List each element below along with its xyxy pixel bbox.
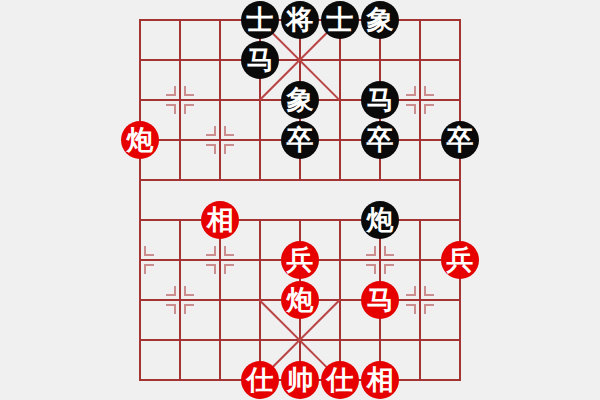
point-marker: [406, 304, 416, 314]
point-marker: [206, 264, 216, 274]
grid-line-file-2-bottom: [219, 219, 221, 381]
grid-line-file-7-top: [419, 19, 421, 181]
piece-black-soldier[interactable]: 卒: [441, 121, 479, 159]
point-marker: [406, 104, 416, 114]
point-marker: [406, 286, 416, 296]
point-marker: [224, 264, 234, 274]
point-marker: [206, 144, 216, 154]
piece-black-soldier[interactable]: 卒: [281, 121, 319, 159]
point-marker: [424, 286, 434, 296]
piece-black-soldier[interactable]: 卒: [361, 121, 399, 159]
point-marker: [366, 264, 376, 274]
piece-black-horse[interactable]: 马: [361, 81, 399, 119]
piece-red-advisor[interactable]: 仕: [321, 361, 359, 399]
point-marker: [384, 264, 394, 274]
grid-line-file-1-bottom: [179, 219, 181, 381]
grid-line-file-0: [139, 19, 141, 381]
point-marker: [424, 104, 434, 114]
piece-red-general[interactable]: 帅: [281, 361, 319, 399]
point-marker: [166, 304, 176, 314]
point-marker: [166, 104, 176, 114]
piece-black-general[interactable]: 将: [281, 1, 319, 39]
point-marker: [184, 304, 194, 314]
piece-red-cannon[interactable]: 炮: [121, 121, 159, 159]
piece-red-cannon[interactable]: 炮: [281, 281, 319, 319]
grid-line-file-8: [459, 19, 461, 381]
point-marker: [366, 246, 376, 256]
point-marker: [166, 86, 176, 96]
piece-red-horse[interactable]: 马: [361, 281, 399, 319]
piece-red-soldier[interactable]: 兵: [281, 241, 319, 279]
piece-red-soldier[interactable]: 兵: [441, 241, 479, 279]
xiangqi-board[interactable]: 士将士象马象马卒卒卒炮炮相兵兵炮马仕帅仕相: [0, 0, 600, 400]
grid-line-file-7-bottom: [419, 219, 421, 381]
grid-line-file-1-top: [179, 19, 181, 181]
piece-black-elephant[interactable]: 象: [361, 1, 399, 39]
piece-red-elephant[interactable]: 相: [201, 201, 239, 239]
point-marker: [424, 304, 434, 314]
point-marker: [184, 104, 194, 114]
piece-red-elephant[interactable]: 相: [361, 361, 399, 399]
point-marker: [224, 126, 234, 136]
piece-red-advisor[interactable]: 仕: [241, 361, 279, 399]
piece-black-cannon[interactable]: 炮: [361, 201, 399, 239]
point-marker: [424, 86, 434, 96]
point-marker: [224, 144, 234, 154]
point-marker: [206, 246, 216, 256]
grid-line-file-2-top: [219, 19, 221, 181]
piece-black-horse[interactable]: 马: [241, 41, 279, 79]
point-marker: [144, 246, 154, 256]
point-marker: [206, 126, 216, 136]
point-marker: [406, 86, 416, 96]
piece-black-advisor[interactable]: 士: [241, 1, 279, 39]
piece-black-elephant[interactable]: 象: [281, 81, 319, 119]
piece-black-advisor[interactable]: 士: [321, 1, 359, 39]
point-marker: [166, 286, 176, 296]
point-marker: [184, 286, 194, 296]
screenshot-canvas: 士将士象马象马卒卒卒炮炮相兵兵炮马仕帅仕相: [0, 0, 600, 400]
point-marker: [144, 264, 154, 274]
point-marker: [224, 246, 234, 256]
point-marker: [184, 86, 194, 96]
point-marker: [384, 246, 394, 256]
